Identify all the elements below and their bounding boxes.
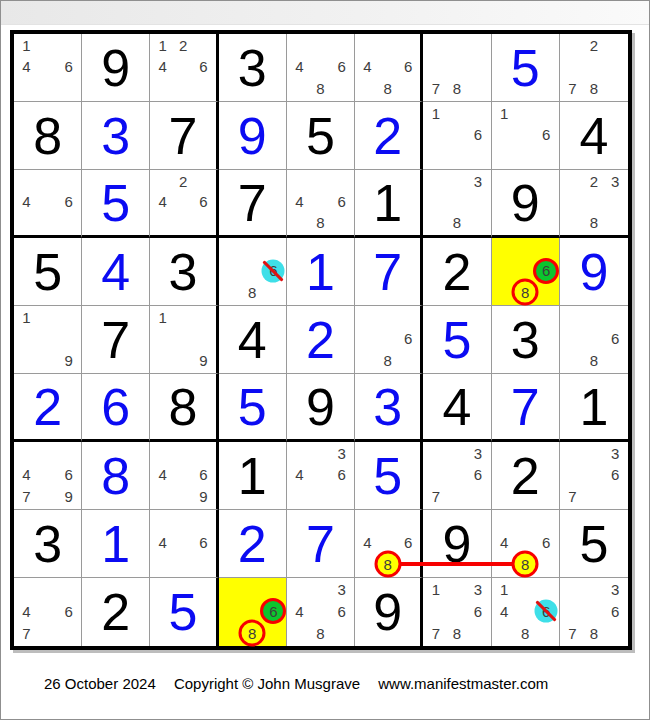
solved-digit: 2 <box>238 518 267 570</box>
candidate-slot: 6 <box>331 601 352 623</box>
candidate-digit: 3 <box>337 445 345 462</box>
candidate-slot <box>37 212 58 233</box>
cell-r3c4[interactable]: 7 <box>219 170 287 238</box>
candidate-slot: 1 <box>425 103 446 124</box>
candidate-slot <box>173 464 193 485</box>
cell-r6c1[interactable]: 2 <box>14 374 82 442</box>
candidate-slot <box>331 212 352 233</box>
candidate-slot: 4 <box>289 464 310 485</box>
candidate-slot: 4 <box>16 601 37 623</box>
sudoku-board: 1469124634684687852788379521616446524674… <box>10 30 632 650</box>
given-digit: 4 <box>442 381 471 433</box>
candidate-slot: 3 <box>605 579 626 601</box>
cell-r9c6[interactable]: 9 <box>355 578 423 646</box>
pencil-marks: 16 <box>425 103 488 167</box>
candidate-digit: 8 <box>590 352 598 369</box>
candidate-slot <box>605 212 626 233</box>
cell-r1c8[interactable]: 5 <box>492 34 560 102</box>
cell-r4c7[interactable]: 2 <box>423 238 491 306</box>
solved-digit: 1 <box>306 246 335 298</box>
candidate-slot: 6 <box>467 124 488 145</box>
candidate-digit: 7 <box>22 488 30 505</box>
candidate-slot <box>193 78 213 99</box>
candidate-slot: 4 <box>494 601 515 623</box>
candidate-slot <box>467 622 488 644</box>
cell-r4c4[interactable]: 68 <box>219 238 287 306</box>
cell-r8c3[interactable]: 46 <box>150 510 218 578</box>
candidate-slot <box>378 56 398 77</box>
cell-r3c3[interactable]: 246 <box>150 170 218 238</box>
candidate-digit: 7 <box>22 625 30 642</box>
candidate-slot <box>310 443 331 464</box>
candidate-digit: 3 <box>337 581 345 598</box>
candidate-slot: 8 <box>242 622 263 644</box>
candidate-slot: 3 <box>467 579 488 601</box>
candidate-slot <box>310 171 331 192</box>
candidate-slot: 2 <box>583 35 604 56</box>
cell-r9c9[interactable]: 3678 <box>560 578 628 646</box>
candidate-slot: 8 <box>378 78 398 99</box>
cell-r3c9[interactable]: 238 <box>560 170 628 238</box>
candidate-slot: 7 <box>425 486 446 507</box>
candidate-slot: 6 <box>58 56 79 77</box>
pencil-marks: 46 <box>152 511 213 575</box>
cell-r3c6[interactable]: 1 <box>355 170 423 238</box>
candidate-slot <box>58 171 79 192</box>
candidate-slot: 6 <box>193 56 213 77</box>
cell-r3c2[interactable]: 5 <box>82 170 150 238</box>
solved-digit: 5 <box>511 42 540 94</box>
candidate-slot <box>467 56 488 77</box>
given-digit: 4 <box>238 314 267 366</box>
candidate-slot <box>605 35 626 56</box>
solved-digit: 5 <box>238 381 267 433</box>
cell-r2c6[interactable]: 2 <box>355 102 423 170</box>
cell-r9c4[interactable]: 68 <box>219 578 287 646</box>
candidate-digit: 6 <box>404 330 412 347</box>
cell-r8c5[interactable]: 7 <box>287 510 355 578</box>
candidate-slot <box>425 35 446 56</box>
solved-digit: 2 <box>33 381 62 433</box>
cell-r5c3[interactable]: 19 <box>150 306 218 374</box>
cell-r4c3[interactable]: 3 <box>150 238 218 306</box>
cell-r7c5[interactable]: 346 <box>287 442 355 510</box>
candidate-digit: 4 <box>363 534 371 551</box>
candidate-slot <box>446 192 467 213</box>
cell-r6c8[interactable]: 7 <box>492 374 560 442</box>
cell-r6c5[interactable]: 9 <box>287 374 355 442</box>
solved-digit: 7 <box>511 381 540 433</box>
cell-r6c9[interactable]: 1 <box>560 374 628 442</box>
candidate-slot <box>242 579 263 601</box>
cell-r4c6[interactable]: 7 <box>355 238 423 306</box>
candidate-slot <box>425 124 446 145</box>
candidate-slot <box>515 239 536 260</box>
cell-r6c3[interactable]: 8 <box>150 374 218 442</box>
candidate-digit: 6 <box>611 603 619 620</box>
candidate-slot <box>173 328 193 349</box>
candidate-slot <box>562 350 583 371</box>
cell-r6c6[interactable]: 3 <box>355 374 423 442</box>
cell-r1c4[interactable]: 3 <box>219 34 287 102</box>
given-digit: 7 <box>169 110 198 162</box>
cell-r8c1[interactable]: 3 <box>14 510 82 578</box>
candidate-slot <box>467 486 488 507</box>
candidate-digit: 3 <box>474 173 482 190</box>
candidate-slot: 8 <box>310 212 331 233</box>
candidate-slot <box>467 212 488 233</box>
cell-r8c2[interactable]: 1 <box>82 510 150 578</box>
candidate-slot <box>398 35 418 56</box>
pencil-marks: 19 <box>16 307 79 371</box>
pencil-marks: 3678 <box>562 579 626 644</box>
cell-r8c7[interactable]: 9 <box>423 510 491 578</box>
candidate-digit: 8 <box>453 80 461 97</box>
cell-r8c9[interactable]: 5 <box>560 510 628 578</box>
candidate-digit: 8 <box>521 625 529 642</box>
candidate-slot <box>494 511 515 532</box>
candidate-slot <box>173 56 193 77</box>
candidate-slot: 6 <box>193 192 213 213</box>
solved-digit: 1 <box>101 518 130 570</box>
candidate-slot <box>152 171 172 192</box>
candidate-slot <box>331 35 352 56</box>
given-digit: 3 <box>169 246 198 298</box>
given-digit: 9 <box>306 381 335 433</box>
candidate-slot <box>289 35 310 56</box>
candidate-slot <box>536 146 557 167</box>
candidate-slot: 6 <box>605 464 626 485</box>
candidate-digit: 6 <box>542 126 550 143</box>
cell-r3c8[interactable]: 9 <box>492 170 560 238</box>
candidate-slot <box>193 554 213 575</box>
candidate-slot: 8 <box>583 212 604 233</box>
given-digit: 9 <box>373 586 402 638</box>
candidate-slot <box>467 103 488 124</box>
cell-r7c4[interactable]: 1 <box>219 442 287 510</box>
cell-r8c8[interactable]: 468 <box>492 510 560 578</box>
candidate-slot <box>515 579 536 601</box>
footer-copyright: Copyright © John Musgrave <box>174 675 360 692</box>
candidate-digit: 6 <box>404 58 412 75</box>
candidate-slot <box>605 350 626 371</box>
candidate-digit: 8 <box>453 625 461 642</box>
candidate-slot <box>583 601 604 623</box>
candidate-digit: 6 <box>474 603 482 620</box>
candidate-slot <box>467 78 488 99</box>
candidate-digit: 2 <box>590 173 598 190</box>
candidate-slot <box>16 579 37 601</box>
candidate-slot <box>58 579 79 601</box>
solved-digit: 6 <box>101 381 130 433</box>
candidate-slot <box>242 239 263 260</box>
candidate-slot <box>357 78 377 99</box>
cell-r5c9[interactable]: 68 <box>560 306 628 374</box>
given-digit: 7 <box>101 314 130 366</box>
cell-r3c5[interactable]: 468 <box>287 170 355 238</box>
cell-r9c5[interactable]: 3468 <box>287 578 355 646</box>
candidate-digit: 6 <box>199 466 207 483</box>
cell-r9c3[interactable]: 5 <box>150 578 218 646</box>
candidate-digit: 2 <box>179 37 187 54</box>
candidate-slot: 6 <box>331 56 352 77</box>
candidate-slot <box>425 464 446 485</box>
candidate-digit: 6 <box>65 193 73 210</box>
candidate-slot: 3 <box>467 171 488 192</box>
candidate-slot <box>425 443 446 464</box>
cell-r4c8[interactable]: 68 <box>492 238 560 306</box>
candidate-slot <box>37 443 58 464</box>
cell-r7c8[interactable]: 2 <box>492 442 560 510</box>
cell-r6c2[interactable]: 6 <box>82 374 150 442</box>
cell-r5c4[interactable]: 4 <box>219 306 287 374</box>
candidate-slot <box>58 212 79 233</box>
candidate-digit: 6 <box>611 466 619 483</box>
cell-r5c1[interactable]: 19 <box>14 306 82 374</box>
cell-r7c1[interactable]: 4679 <box>14 442 82 510</box>
candidate-slot <box>173 532 193 553</box>
given-digit: 9 <box>101 42 130 94</box>
candidate-slot <box>536 554 557 575</box>
cell-r5c5[interactable]: 2 <box>287 306 355 374</box>
pencil-marks: 468 <box>357 35 418 99</box>
candidate-slot: 2 <box>173 35 193 56</box>
candidate-slot: 7 <box>425 622 446 644</box>
pencil-marks: 468 <box>289 171 352 233</box>
candidate-slot: 4 <box>289 56 310 77</box>
cell-r2c9[interactable]: 4 <box>560 102 628 170</box>
candidate-slot: 2 <box>583 171 604 192</box>
given-digit: 1 <box>373 177 402 229</box>
cell-r7c3[interactable]: 469 <box>150 442 218 510</box>
candidate-slot <box>536 282 557 303</box>
cell-r6c4[interactable]: 5 <box>219 374 287 442</box>
candidate-slot: 1 <box>16 35 37 56</box>
candidate-slot <box>173 554 193 575</box>
cell-r5c2[interactable]: 7 <box>82 306 150 374</box>
cell-r1c5[interactable]: 468 <box>287 34 355 102</box>
candidate-slot <box>289 171 310 192</box>
cell-r1c7[interactable]: 78 <box>423 34 491 102</box>
cell-r4c5[interactable]: 1 <box>287 238 355 306</box>
candidate-digit: 8 <box>521 556 529 573</box>
candidate-digit: 4 <box>500 603 508 620</box>
candidate-slot <box>536 579 557 601</box>
candidate-slot <box>152 486 172 507</box>
cell-r5c8[interactable]: 3 <box>492 306 560 374</box>
candidate-slot <box>310 486 331 507</box>
candidate-digit: 6 <box>542 262 550 279</box>
candidate-slot <box>605 486 626 507</box>
candidate-slot <box>536 622 557 644</box>
candidate-slot <box>583 192 604 213</box>
pencil-marks: 146 <box>16 35 79 99</box>
candidate-slot <box>605 307 626 328</box>
cell-r7c9[interactable]: 367 <box>560 442 628 510</box>
cell-r4c1[interactable]: 5 <box>14 238 82 306</box>
candidate-slot <box>289 78 310 99</box>
cell-r5c7[interactable]: 5 <box>423 306 491 374</box>
candidate-slot: 9 <box>193 350 213 371</box>
candidate-slot: 6 <box>536 124 557 145</box>
pencil-marks: 468 <box>289 35 352 99</box>
candidate-slot <box>289 443 310 464</box>
candidate-slot <box>494 260 515 281</box>
candidate-digit: 9 <box>199 488 207 505</box>
candidate-slot: 6 <box>398 328 418 349</box>
candidate-digit: 1 <box>158 37 166 54</box>
candidate-slot: 4 <box>289 601 310 623</box>
cell-r9c7[interactable]: 13678 <box>423 578 491 646</box>
candidate-slot <box>494 124 515 145</box>
candidate-slot <box>467 35 488 56</box>
cell-r8c4[interactable]: 2 <box>219 510 287 578</box>
candidate-digit: 3 <box>611 445 619 462</box>
candidate-slot <box>310 192 331 213</box>
candidate-digit: 1 <box>432 581 440 598</box>
candidate-slot <box>173 212 193 233</box>
given-digit: 3 <box>238 42 267 94</box>
candidate-slot <box>16 78 37 99</box>
cell-r2c2[interactable]: 3 <box>82 102 150 170</box>
candidate-slot <box>425 146 446 167</box>
candidate-slot <box>398 78 418 99</box>
cell-r2c4[interactable]: 9 <box>219 102 287 170</box>
candidate-digit: 1 <box>432 105 440 122</box>
pencil-marks: 19 <box>152 307 213 371</box>
candidate-slot: 1 <box>494 103 515 124</box>
candidate-slot <box>263 282 284 303</box>
candidate-digit: 7 <box>568 625 576 642</box>
cell-r9c2[interactable]: 2 <box>82 578 150 646</box>
pencil-marks: 3468 <box>289 579 352 644</box>
candidate-slot: 8 <box>242 282 263 303</box>
solved-digit: 4 <box>101 246 130 298</box>
candidate-slot <box>173 511 193 532</box>
candidate-slot <box>398 307 418 328</box>
given-digit: 4 <box>579 110 608 162</box>
candidate-slot <box>446 35 467 56</box>
candidate-slot: 4 <box>494 532 515 553</box>
candidate-digit: 8 <box>590 625 598 642</box>
candidate-digit: 6 <box>199 534 207 551</box>
cell-r1c9[interactable]: 278 <box>560 34 628 102</box>
candidate-digit: 7 <box>432 80 440 97</box>
candidate-slot <box>562 192 583 213</box>
candidate-digit: 8 <box>384 352 392 369</box>
cell-r2c8[interactable]: 16 <box>492 102 560 170</box>
cell-r9c1[interactable]: 467 <box>14 578 82 646</box>
cell-r2c3[interactable]: 7 <box>150 102 218 170</box>
candidate-digit: 6 <box>199 193 207 210</box>
cell-r7c6[interactable]: 5 <box>355 442 423 510</box>
pencil-marks: 238 <box>562 171 626 233</box>
cell-r9c8[interactable]: 1468 <box>492 578 560 646</box>
candidate-slot <box>562 579 583 601</box>
cell-r7c7[interactable]: 367 <box>423 442 491 510</box>
pencil-marks: 4679 <box>16 443 79 507</box>
candidate-slot <box>378 511 398 532</box>
candidate-slot: 6 <box>58 601 79 623</box>
cell-r1c6[interactable]: 468 <box>355 34 423 102</box>
cell-r6c7[interactable]: 4 <box>423 374 491 442</box>
candidate-slot <box>289 579 310 601</box>
candidate-slot: 8 <box>378 554 398 575</box>
candidate-slot: 3 <box>605 171 626 192</box>
candidate-slot: 8 <box>310 78 331 99</box>
candidate-slot <box>242 260 263 281</box>
candidate-slot <box>378 307 398 328</box>
candidate-digit: 4 <box>500 534 508 551</box>
candidate-slot: 9 <box>58 350 79 371</box>
candidate-slot <box>583 579 604 601</box>
candidate-slot <box>173 78 193 99</box>
candidate-slot: 8 <box>515 282 536 303</box>
candidate-slot: 8 <box>583 622 604 644</box>
candidate-digit: 6 <box>337 193 345 210</box>
candidate-slot <box>221 260 242 281</box>
cell-r4c2[interactable]: 4 <box>82 238 150 306</box>
candidate-slot <box>562 307 583 328</box>
cell-r3c1[interactable]: 46 <box>14 170 82 238</box>
candidate-slot <box>221 239 242 260</box>
cell-r2c7[interactable]: 16 <box>423 102 491 170</box>
cell-r1c1[interactable]: 146 <box>14 34 82 102</box>
candidate-slot <box>37 307 58 328</box>
candidate-slot: 8 <box>446 78 467 99</box>
candidate-slot <box>515 601 536 623</box>
given-digit: 5 <box>33 246 62 298</box>
cell-r2c1[interactable]: 8 <box>14 102 82 170</box>
cell-r8c6[interactable]: 468 <box>355 510 423 578</box>
cell-r1c2[interactable]: 9 <box>82 34 150 102</box>
candidate-slot: 4 <box>152 532 172 553</box>
chain-link-line <box>388 562 525 566</box>
cell-r1c3[interactable]: 1246 <box>150 34 218 102</box>
cell-r3c7[interactable]: 38 <box>423 170 491 238</box>
candidate-slot: 6 <box>331 464 352 485</box>
candidate-slot <box>494 146 515 167</box>
candidate-digit: 8 <box>453 214 461 231</box>
solved-digit: 2 <box>373 110 402 162</box>
cell-r2c5[interactable]: 5 <box>287 102 355 170</box>
candidate-slot: 8 <box>446 212 467 233</box>
candidate-slot <box>152 511 172 532</box>
candidate-slot <box>562 464 583 485</box>
solved-digit: 3 <box>101 110 130 162</box>
candidate-digit: 9 <box>65 352 73 369</box>
candidate-slot: 1 <box>152 307 172 328</box>
pencil-marks: 467 <box>16 579 79 644</box>
solved-digit: 5 <box>101 177 130 229</box>
candidate-slot <box>37 579 58 601</box>
candidate-digit: 6 <box>337 58 345 75</box>
candidate-digit: 2 <box>179 173 187 190</box>
candidate-slot: 1 <box>494 579 515 601</box>
candidate-digit: 1 <box>500 105 508 122</box>
cell-r4c9[interactable]: 9 <box>560 238 628 306</box>
candidate-digit: 4 <box>158 466 166 483</box>
candidate-slot: 3 <box>467 443 488 464</box>
given-digit: 2 <box>442 246 471 298</box>
candidate-slot: 3 <box>605 443 626 464</box>
candidate-slot <box>193 511 213 532</box>
candidate-slot <box>58 622 79 644</box>
candidate-slot <box>446 124 467 145</box>
cell-r5c6[interactable]: 68 <box>355 306 423 374</box>
given-digit: 8 <box>169 381 198 433</box>
cell-r7c2[interactable]: 8 <box>82 442 150 510</box>
